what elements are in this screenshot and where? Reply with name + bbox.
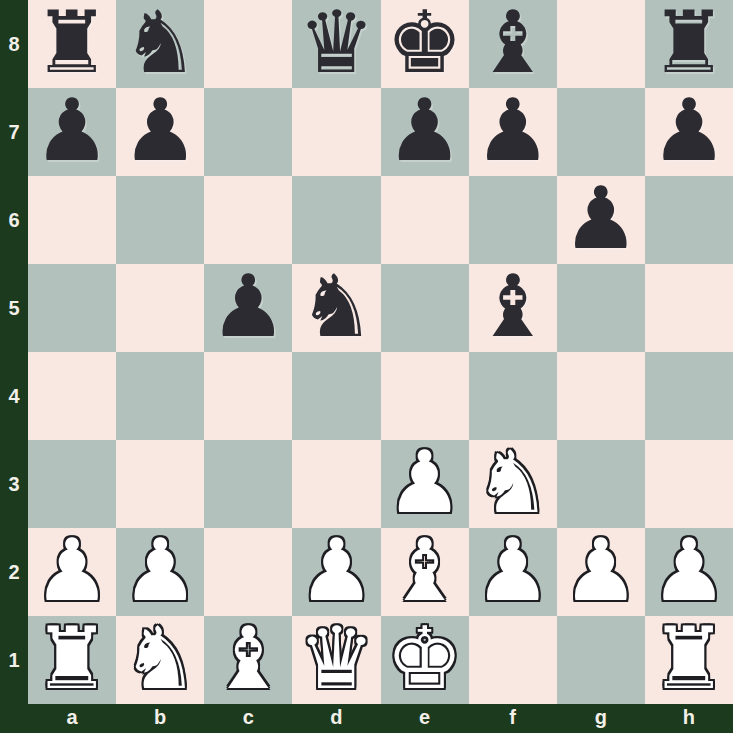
black-pawn-f7[interactable]: ♟ xyxy=(474,87,551,173)
black-king-e8[interactable]: ♚ xyxy=(386,0,463,85)
square-f8[interactable]: ♝ xyxy=(469,0,557,88)
white-knight-f3[interactable]: ♞ xyxy=(474,439,551,525)
white-knight-b1[interactable]: ♞ xyxy=(122,615,199,701)
square-b6[interactable] xyxy=(116,176,204,264)
square-b2[interactable]: ♟ xyxy=(116,528,204,616)
square-a4[interactable] xyxy=(28,352,116,440)
rank-label-5: 5 xyxy=(0,264,28,352)
rank-labels: 87654321 xyxy=(0,0,28,704)
white-pawn-g2[interactable]: ♟ xyxy=(562,527,639,613)
square-h8[interactable]: ♜ xyxy=(645,0,733,88)
square-h3[interactable] xyxy=(645,440,733,528)
file-label-e: e xyxy=(381,704,469,733)
square-c4[interactable] xyxy=(204,352,292,440)
white-rook-h1[interactable]: ♜ xyxy=(650,615,727,701)
square-g4[interactable] xyxy=(557,352,645,440)
square-h1[interactable]: ♜ xyxy=(645,616,733,704)
square-b7[interactable]: ♟ xyxy=(116,88,204,176)
black-knight-d5[interactable]: ♞ xyxy=(298,263,375,349)
black-queen-d8[interactable]: ♛ xyxy=(298,0,375,85)
black-pawn-b7[interactable]: ♟ xyxy=(122,87,199,173)
square-f5[interactable]: ♝ xyxy=(469,264,557,352)
square-a8[interactable]: ♜ xyxy=(28,0,116,88)
file-label-f: f xyxy=(469,704,557,733)
square-f1[interactable] xyxy=(469,616,557,704)
square-a3[interactable] xyxy=(28,440,116,528)
square-e6[interactable] xyxy=(381,176,469,264)
square-d4[interactable] xyxy=(292,352,380,440)
square-e3[interactable]: ♟ xyxy=(381,440,469,528)
file-label-a: a xyxy=(28,704,116,733)
square-c1[interactable]: ♝ xyxy=(204,616,292,704)
square-g8[interactable] xyxy=(557,0,645,88)
rank-label-7: 7 xyxy=(0,88,28,176)
square-e5[interactable] xyxy=(381,264,469,352)
rank-label-1: 1 xyxy=(0,616,28,704)
rank-label-4: 4 xyxy=(0,352,28,440)
white-pawn-b2[interactable]: ♟ xyxy=(122,527,199,613)
black-knight-b8[interactable]: ♞ xyxy=(122,0,199,85)
square-c8[interactable] xyxy=(204,0,292,88)
square-e1[interactable]: ♚ xyxy=(381,616,469,704)
white-pawn-d2[interactable]: ♟ xyxy=(298,527,375,613)
square-g5[interactable] xyxy=(557,264,645,352)
square-c7[interactable] xyxy=(204,88,292,176)
rank-label-6: 6 xyxy=(0,176,28,264)
square-h4[interactable] xyxy=(645,352,733,440)
square-e7[interactable]: ♟ xyxy=(381,88,469,176)
square-h5[interactable] xyxy=(645,264,733,352)
white-bishop-c1[interactable]: ♝ xyxy=(210,615,287,701)
square-g3[interactable] xyxy=(557,440,645,528)
rank-label-3: 3 xyxy=(0,440,28,528)
white-pawn-e3[interactable]: ♟ xyxy=(386,439,463,525)
square-d1[interactable]: ♛ xyxy=(292,616,380,704)
square-a2[interactable]: ♟ xyxy=(28,528,116,616)
square-e8[interactable]: ♚ xyxy=(381,0,469,88)
square-c5[interactable]: ♟ xyxy=(204,264,292,352)
white-pawn-a2[interactable]: ♟ xyxy=(34,527,111,613)
square-c2[interactable] xyxy=(204,528,292,616)
square-a6[interactable] xyxy=(28,176,116,264)
white-pawn-h2[interactable]: ♟ xyxy=(650,527,727,613)
square-g6[interactable]: ♟ xyxy=(557,176,645,264)
black-pawn-a7[interactable]: ♟ xyxy=(34,87,111,173)
square-b1[interactable]: ♞ xyxy=(116,616,204,704)
square-b8[interactable]: ♞ xyxy=(116,0,204,88)
square-g2[interactable]: ♟ xyxy=(557,528,645,616)
square-h2[interactable]: ♟ xyxy=(645,528,733,616)
square-h6[interactable] xyxy=(645,176,733,264)
black-pawn-c5[interactable]: ♟ xyxy=(210,263,287,349)
square-e4[interactable] xyxy=(381,352,469,440)
square-b4[interactable] xyxy=(116,352,204,440)
white-queen-d1[interactable]: ♛ xyxy=(298,615,375,701)
square-d3[interactable] xyxy=(292,440,380,528)
square-e2[interactable]: ♝ xyxy=(381,528,469,616)
black-bishop-f8[interactable]: ♝ xyxy=(474,0,551,85)
black-pawn-h7[interactable]: ♟ xyxy=(650,87,727,173)
file-label-h: h xyxy=(645,704,733,733)
white-pawn-f2[interactable]: ♟ xyxy=(474,527,551,613)
square-f4[interactable] xyxy=(469,352,557,440)
square-f3[interactable]: ♞ xyxy=(469,440,557,528)
white-king-e1[interactable]: ♚ xyxy=(386,615,463,701)
square-f6[interactable] xyxy=(469,176,557,264)
rank-label-8: 8 xyxy=(0,0,28,88)
square-d2[interactable]: ♟ xyxy=(292,528,380,616)
rank-label-2: 2 xyxy=(0,528,28,616)
square-g1[interactable] xyxy=(557,616,645,704)
square-a7[interactable]: ♟ xyxy=(28,88,116,176)
square-c3[interactable] xyxy=(204,440,292,528)
square-c6[interactable] xyxy=(204,176,292,264)
file-label-c: c xyxy=(204,704,292,733)
white-rook-a1[interactable]: ♜ xyxy=(34,615,111,701)
square-f7[interactable]: ♟ xyxy=(469,88,557,176)
file-label-g: g xyxy=(557,704,645,733)
square-a5[interactable] xyxy=(28,264,116,352)
square-b3[interactable] xyxy=(116,440,204,528)
file-label-d: d xyxy=(292,704,380,733)
black-bishop-f5[interactable]: ♝ xyxy=(474,263,551,349)
black-rook-a8[interactable]: ♜ xyxy=(34,0,111,85)
square-d8[interactable]: ♛ xyxy=(292,0,380,88)
square-d5[interactable]: ♞ xyxy=(292,264,380,352)
file-labels: abcdefgh xyxy=(28,704,733,733)
square-b5[interactable] xyxy=(116,264,204,352)
square-d7[interactable] xyxy=(292,88,380,176)
square-h7[interactable]: ♟ xyxy=(645,88,733,176)
square-a1[interactable]: ♜ xyxy=(28,616,116,704)
black-pawn-e7[interactable]: ♟ xyxy=(386,87,463,173)
square-f2[interactable]: ♟ xyxy=(469,528,557,616)
white-bishop-e2[interactable]: ♝ xyxy=(386,527,463,613)
black-rook-h8[interactable]: ♜ xyxy=(650,0,727,85)
chess-board[interactable]: ♜♞♛♚♝♜♟♟♟♟♟♟♟♞♝♟♞♟♟♟♝♟♟♟♜♞♝♛♚♜ xyxy=(28,0,733,704)
square-g7[interactable] xyxy=(557,88,645,176)
file-label-b: b xyxy=(116,704,204,733)
square-d6[interactable] xyxy=(292,176,380,264)
board-frame: 87654321 ♜♞♛♚♝♜♟♟♟♟♟♟♟♞♝♟♞♟♟♟♝♟♟♟♜♞♝♛♚♜ … xyxy=(0,0,733,733)
black-pawn-g6[interactable]: ♟ xyxy=(562,175,639,261)
